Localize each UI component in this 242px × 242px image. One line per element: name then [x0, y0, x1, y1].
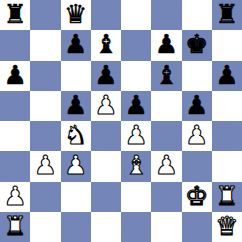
black-king-piece: ♚	[185, 31, 208, 57]
square-f6[interactable]: ♝	[151, 61, 181, 91]
square-d8[interactable]	[91, 0, 121, 30]
square-a3[interactable]	[0, 151, 30, 181]
square-f3[interactable]: ♟	[151, 151, 181, 181]
square-h3[interactable]	[212, 151, 242, 181]
square-f5[interactable]	[151, 91, 181, 121]
square-g7[interactable]: ♚	[182, 30, 212, 60]
square-c4[interactable]: ♞	[61, 121, 91, 151]
square-h4[interactable]	[212, 121, 242, 151]
square-e7[interactable]	[121, 30, 151, 60]
square-e3[interactable]: ♝	[121, 151, 151, 181]
black-pawn-piece: ♟	[124, 92, 147, 118]
square-f4[interactable]	[151, 121, 181, 151]
white-pawn-piece: ♟	[64, 152, 87, 178]
square-c1[interactable]	[61, 212, 91, 242]
square-b5[interactable]	[30, 91, 60, 121]
square-c6[interactable]	[61, 61, 91, 91]
square-b6[interactable]	[30, 61, 60, 91]
white-king-piece: ♚	[185, 183, 208, 209]
square-g8[interactable]	[182, 0, 212, 30]
square-h5[interactable]	[212, 91, 242, 121]
white-bishop-piece: ♝	[124, 152, 147, 178]
square-f2[interactable]	[151, 182, 181, 212]
square-a6[interactable]: ♟	[0, 61, 30, 91]
square-d2[interactable]	[91, 182, 121, 212]
black-pawn-piece: ♟	[185, 92, 208, 118]
black-rook-piece: ♜	[215, 1, 238, 27]
square-a8[interactable]: ♜	[0, 0, 30, 30]
white-rook-piece: ♜	[215, 183, 238, 209]
square-a5[interactable]	[0, 91, 30, 121]
square-g2[interactable]: ♚	[182, 182, 212, 212]
square-a1[interactable]: ♜	[0, 212, 30, 242]
square-g1[interactable]	[182, 212, 212, 242]
black-bishop-piece: ♝	[155, 62, 178, 88]
square-h8[interactable]: ♜	[212, 0, 242, 30]
white-pawn-piece: ♟	[185, 122, 208, 148]
square-h7[interactable]	[212, 30, 242, 60]
white-queen-piece: ♛	[215, 213, 238, 239]
black-pawn-piece: ♟	[94, 62, 117, 88]
square-g4[interactable]: ♟	[182, 121, 212, 151]
square-d7[interactable]: ♝	[91, 30, 121, 60]
square-d4[interactable]	[91, 121, 121, 151]
black-bishop-piece: ♝	[94, 31, 117, 57]
square-a2[interactable]: ♟	[0, 182, 30, 212]
square-b4[interactable]	[30, 121, 60, 151]
black-pawn-piece: ♟	[64, 92, 87, 118]
square-c5[interactable]: ♟	[61, 91, 91, 121]
square-e4[interactable]: ♟	[121, 121, 151, 151]
square-g6[interactable]	[182, 61, 212, 91]
white-pawn-piece: ♟	[155, 152, 178, 178]
square-c7[interactable]: ♟	[61, 30, 91, 60]
black-pawn-piece: ♟	[64, 31, 87, 57]
square-g3[interactable]	[182, 151, 212, 181]
square-b7[interactable]	[30, 30, 60, 60]
square-e2[interactable]	[121, 182, 151, 212]
square-b3[interactable]: ♟	[30, 151, 60, 181]
square-c3[interactable]: ♟	[61, 151, 91, 181]
white-pawn-piece: ♟	[34, 152, 57, 178]
square-f7[interactable]: ♟	[151, 30, 181, 60]
black-queen-piece: ♛	[64, 1, 87, 27]
square-d1[interactable]	[91, 212, 121, 242]
white-pawn-piece: ♟	[3, 183, 26, 209]
black-pawn-piece: ♟	[215, 62, 238, 88]
white-pawn-piece: ♟	[124, 122, 147, 148]
square-e8[interactable]	[121, 0, 151, 30]
square-c8[interactable]: ♛	[61, 0, 91, 30]
square-c2[interactable]	[61, 182, 91, 212]
square-g5[interactable]: ♟	[182, 91, 212, 121]
white-pawn-piece: ♟	[94, 92, 117, 118]
square-b8[interactable]	[30, 0, 60, 30]
square-b1[interactable]	[30, 212, 60, 242]
white-rook-piece: ♜	[3, 213, 26, 239]
white-knight-piece: ♞	[64, 122, 87, 148]
square-e5[interactable]: ♟	[121, 91, 151, 121]
square-d6[interactable]: ♟	[91, 61, 121, 91]
square-e1[interactable]	[121, 212, 151, 242]
square-h6[interactable]: ♟	[212, 61, 242, 91]
square-b2[interactable]	[30, 182, 60, 212]
square-h2[interactable]: ♜	[212, 182, 242, 212]
black-pawn-piece: ♟	[3, 62, 26, 88]
square-a4[interactable]	[0, 121, 30, 151]
square-d5[interactable]: ♟	[91, 91, 121, 121]
black-rook-piece: ♜	[3, 1, 26, 27]
square-e6[interactable]	[121, 61, 151, 91]
black-pawn-piece: ♟	[155, 31, 178, 57]
square-f8[interactable]	[151, 0, 181, 30]
square-h1[interactable]: ♛	[212, 212, 242, 242]
chess-board: ♜♛♜♟♝♟♚♟♟♝♟♟♟♟♟♞♟♟♟♟♝♟♟♚♜♜♛	[0, 0, 242, 242]
square-a7[interactable]	[0, 30, 30, 60]
square-d3[interactable]	[91, 151, 121, 181]
square-f1[interactable]	[151, 212, 181, 242]
